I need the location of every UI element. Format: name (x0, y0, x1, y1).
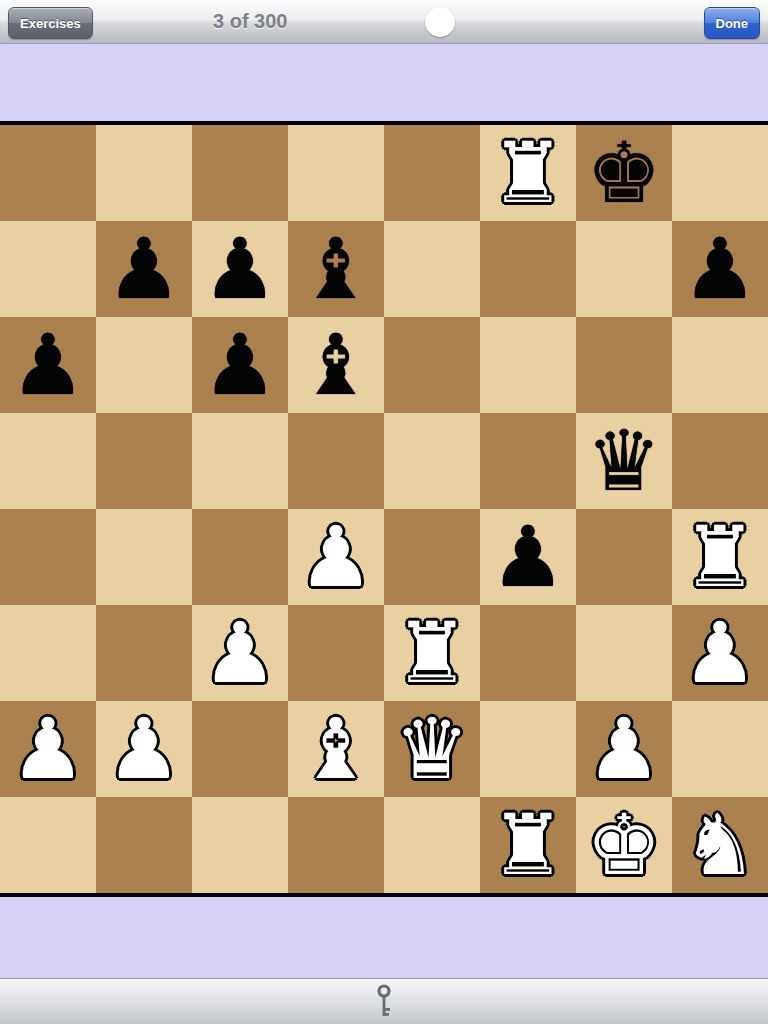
black-pawn[interactable]: ♟ (10, 317, 85, 413)
square-e4[interactable] (384, 509, 480, 605)
square-b4[interactable] (96, 509, 192, 605)
white-bishop[interactable]: ♝ (298, 701, 373, 797)
bottom-toolbar (0, 978, 768, 1024)
square-c8[interactable] (192, 125, 288, 221)
black-pawn[interactable]: ♟ (106, 221, 181, 317)
square-h6[interactable] (672, 317, 768, 413)
square-g4[interactable] (576, 509, 672, 605)
square-c3[interactable]: ♟ (192, 605, 288, 701)
square-f2[interactable] (480, 701, 576, 797)
square-e3[interactable]: ♜ (384, 605, 480, 701)
square-d2[interactable]: ♝ (288, 701, 384, 797)
square-a2[interactable]: ♟ (0, 701, 96, 797)
square-f6[interactable] (480, 317, 576, 413)
square-c6[interactable]: ♟ (192, 317, 288, 413)
white-pawn[interactable]: ♟ (10, 701, 85, 797)
white-rook[interactable]: ♜ (490, 797, 565, 893)
square-c5[interactable] (192, 413, 288, 509)
white-king[interactable]: ♚ (586, 797, 661, 893)
square-f3[interactable] (480, 605, 576, 701)
square-a4[interactable] (0, 509, 96, 605)
square-h8[interactable] (672, 125, 768, 221)
black-pawn[interactable]: ♟ (202, 221, 277, 317)
square-f5[interactable] (480, 413, 576, 509)
navigation-bar: Exercises 3 of 300 Done (0, 0, 768, 44)
square-b2[interactable]: ♟ (96, 701, 192, 797)
square-g3[interactable] (576, 605, 672, 701)
black-king[interactable]: ♚ (586, 125, 661, 221)
square-g5[interactable]: ♛ (576, 413, 672, 509)
square-f7[interactable] (480, 221, 576, 317)
position-slider-thumb[interactable] (425, 7, 455, 37)
exercises-back-button[interactable]: Exercises (8, 7, 93, 39)
square-b3[interactable] (96, 605, 192, 701)
square-b1[interactable] (96, 797, 192, 893)
white-pawn[interactable]: ♟ (106, 701, 181, 797)
square-b6[interactable] (96, 317, 192, 413)
square-h1[interactable]: ♞ (672, 797, 768, 893)
square-e5[interactable] (384, 413, 480, 509)
square-b8[interactable] (96, 125, 192, 221)
square-e1[interactable] (384, 797, 480, 893)
square-b5[interactable] (96, 413, 192, 509)
black-bishop[interactable]: ♝ (298, 317, 373, 413)
board-frame: ♜♚♟♟♝♟♟♟♝♛♟♟♜♟♜♟♟♟♝♛♟♜♚♞ (0, 121, 768, 897)
square-e2[interactable]: ♛ (384, 701, 480, 797)
black-pawn[interactable]: ♟ (682, 221, 757, 317)
square-a3[interactable] (0, 605, 96, 701)
square-a7[interactable] (0, 221, 96, 317)
exercise-counter-title: 3 of 300 (213, 0, 287, 43)
square-a6[interactable]: ♟ (0, 317, 96, 413)
square-f1[interactable]: ♜ (480, 797, 576, 893)
square-d3[interactable] (288, 605, 384, 701)
white-pawn[interactable]: ♟ (682, 605, 757, 701)
black-pawn[interactable]: ♟ (202, 317, 277, 413)
square-d4[interactable]: ♟ (288, 509, 384, 605)
square-c2[interactable] (192, 701, 288, 797)
white-pawn[interactable]: ♟ (586, 701, 661, 797)
black-bishop[interactable]: ♝ (298, 221, 373, 317)
black-pawn[interactable]: ♟ (490, 509, 565, 605)
key-icon[interactable] (374, 984, 394, 1020)
square-d1[interactable] (288, 797, 384, 893)
square-h7[interactable]: ♟ (672, 221, 768, 317)
chess-board: ♜♚♟♟♝♟♟♟♝♛♟♟♜♟♜♟♟♟♝♛♟♜♚♞ (0, 125, 768, 893)
square-e6[interactable] (384, 317, 480, 413)
square-a1[interactable] (0, 797, 96, 893)
square-a8[interactable] (0, 125, 96, 221)
white-pawn[interactable]: ♟ (202, 605, 277, 701)
square-d8[interactable] (288, 125, 384, 221)
square-b7[interactable]: ♟ (96, 221, 192, 317)
white-pawn[interactable]: ♟ (298, 509, 373, 605)
square-h2[interactable] (672, 701, 768, 797)
square-c7[interactable]: ♟ (192, 221, 288, 317)
square-c4[interactable] (192, 509, 288, 605)
white-rook[interactable]: ♜ (682, 509, 757, 605)
square-e7[interactable] (384, 221, 480, 317)
square-a5[interactable] (0, 413, 96, 509)
square-h5[interactable] (672, 413, 768, 509)
square-d7[interactable]: ♝ (288, 221, 384, 317)
square-g8[interactable]: ♚ (576, 125, 672, 221)
square-g6[interactable] (576, 317, 672, 413)
black-queen[interactable]: ♛ (586, 413, 661, 509)
top-band (0, 44, 768, 121)
square-g2[interactable]: ♟ (576, 701, 672, 797)
square-e8[interactable] (384, 125, 480, 221)
white-knight[interactable]: ♞ (682, 797, 757, 893)
square-f8[interactable]: ♜ (480, 125, 576, 221)
done-button[interactable]: Done (704, 7, 761, 39)
square-g1[interactable]: ♚ (576, 797, 672, 893)
square-d5[interactable] (288, 413, 384, 509)
square-h3[interactable]: ♟ (672, 605, 768, 701)
white-queen[interactable]: ♛ (394, 701, 469, 797)
square-d6[interactable]: ♝ (288, 317, 384, 413)
white-rook[interactable]: ♜ (394, 605, 469, 701)
square-f4[interactable]: ♟ (480, 509, 576, 605)
square-g7[interactable] (576, 221, 672, 317)
white-rook[interactable]: ♜ (490, 125, 565, 221)
square-c1[interactable] (192, 797, 288, 893)
square-h4[interactable]: ♜ (672, 509, 768, 605)
bottom-band (0, 897, 768, 978)
